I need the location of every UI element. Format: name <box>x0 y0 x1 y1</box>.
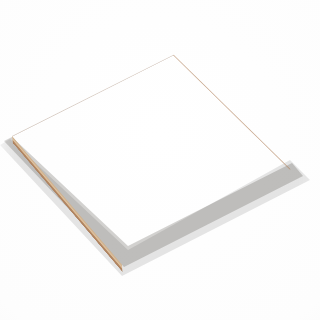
product-photo <box>0 0 320 320</box>
board-surface <box>12 55 291 265</box>
scene-3d <box>0 0 320 320</box>
checkers-board <box>12 55 291 265</box>
